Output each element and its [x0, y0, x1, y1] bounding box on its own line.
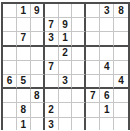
sudoku-cell-empty[interactable]	[45, 47, 59, 61]
sudoku-cell-empty[interactable]	[100, 118, 114, 131]
sudoku-cell-empty[interactable]	[72, 61, 86, 75]
sudoku-cell-given[interactable]: 8	[31, 89, 45, 103]
sudoku-cell-empty[interactable]	[114, 18, 128, 32]
sudoku-cell-empty[interactable]	[17, 61, 31, 75]
sudoku-cell-given[interactable]: 4	[100, 61, 114, 75]
sudoku-cell-empty[interactable]	[59, 103, 73, 117]
sudoku-cell-empty[interactable]	[59, 61, 73, 75]
sudoku-cell-empty[interactable]	[72, 4, 86, 18]
sudoku-cell-given[interactable]	[114, 118, 128, 131]
sudoku-cell-empty[interactable]	[100, 75, 114, 89]
sudoku-cell-given[interactable]: 7	[45, 61, 59, 75]
sudoku-cell-empty[interactable]	[59, 89, 73, 103]
sudoku-cell-given[interactable]: 7	[17, 32, 31, 46]
sudoku-cell-empty[interactable]	[86, 61, 100, 75]
sudoku-cell-empty[interactable]	[114, 32, 128, 46]
sudoku-cell-empty[interactable]	[3, 47, 17, 61]
sudoku-cell-empty[interactable]	[72, 75, 86, 89]
sudoku-cell-empty[interactable]	[31, 75, 45, 89]
sudoku-cell-given[interactable]: 2	[59, 47, 73, 61]
sudoku-cell-empty[interactable]	[3, 89, 17, 103]
sudoku-screenshot: 193879731274653487682113	[0, 0, 130, 130]
sudoku-cell-empty[interactable]	[114, 103, 128, 117]
sudoku-cell-empty[interactable]	[31, 61, 45, 75]
sudoku-cell-empty[interactable]	[100, 47, 114, 61]
sudoku-cell-empty[interactable]	[59, 4, 73, 18]
sudoku-cell-empty[interactable]	[86, 103, 100, 117]
sudoku-cell-empty[interactable]	[17, 47, 31, 61]
sudoku-cell-given[interactable]: 7	[45, 18, 59, 32]
sudoku-cell-empty[interactable]	[3, 61, 17, 75]
sudoku-cell-given[interactable]: 1	[17, 4, 31, 18]
sudoku-cell-empty[interactable]	[114, 61, 128, 75]
sudoku-cell-given[interactable]: 3	[59, 75, 73, 89]
sudoku-cell-empty[interactable]	[45, 89, 59, 103]
sudoku-cell-empty[interactable]	[72, 18, 86, 32]
sudoku-cell-empty[interactable]	[72, 47, 86, 61]
sudoku-cell-given[interactable]: 5	[17, 75, 31, 89]
sudoku-cell-empty[interactable]	[31, 47, 45, 61]
sudoku-cell-given[interactable]: 4	[114, 75, 128, 89]
sudoku-cell-empty[interactable]	[72, 103, 86, 117]
sudoku-cell-given[interactable]: 3	[45, 118, 59, 131]
sudoku-cell-empty[interactable]	[3, 118, 17, 131]
sudoku-cell-given[interactable]: 1	[17, 118, 31, 131]
sudoku-cell-given[interactable]: 6	[3, 75, 17, 89]
sudoku-cell-given[interactable]: 1	[100, 103, 114, 117]
sudoku-cell-empty[interactable]	[17, 89, 31, 103]
sudoku-cell-empty[interactable]	[3, 18, 17, 32]
sudoku-cell-empty[interactable]	[45, 75, 59, 89]
sudoku-cell-empty[interactable]	[31, 18, 45, 32]
sudoku-cell-given[interactable]: 7	[86, 89, 100, 103]
sudoku-cell-given[interactable]: 6	[100, 89, 114, 103]
sudoku-cell-empty[interactable]	[86, 118, 100, 131]
sudoku-cell-given[interactable]: 9	[31, 4, 45, 18]
sudoku-cell-given[interactable]: 3	[45, 32, 59, 46]
sudoku-cell-empty[interactable]	[31, 118, 45, 131]
sudoku-cell-empty[interactable]	[3, 4, 17, 18]
sudoku-cell-empty[interactable]	[31, 103, 45, 117]
sudoku-cell-given[interactable]: 8	[17, 103, 31, 117]
sudoku-cell-given[interactable]: 1	[59, 32, 73, 46]
sudoku-board: 193879731274653487682113	[1, 2, 130, 130]
sudoku-cell-empty[interactable]	[31, 32, 45, 46]
sudoku-cell-empty[interactable]	[114, 89, 128, 103]
sudoku-cell-empty[interactable]	[100, 32, 114, 46]
sudoku-cell-given[interactable]: 8	[114, 4, 128, 18]
sudoku-cell-empty[interactable]	[3, 103, 17, 117]
sudoku-cell-given[interactable]: 2	[45, 103, 59, 117]
sudoku-cell-empty[interactable]	[100, 18, 114, 32]
sudoku-cell-empty[interactable]	[59, 118, 73, 131]
sudoku-cell-empty[interactable]	[72, 89, 86, 103]
sudoku-cell-empty[interactable]	[86, 75, 100, 89]
sudoku-cell-empty[interactable]	[114, 47, 128, 61]
sudoku-cell-empty[interactable]	[45, 4, 59, 18]
sudoku-cell-empty[interactable]	[72, 32, 86, 46]
sudoku-cell-empty[interactable]	[86, 32, 100, 46]
sudoku-cell-empty[interactable]	[86, 18, 100, 32]
sudoku-cell-empty[interactable]	[86, 4, 100, 18]
sudoku-cell-empty[interactable]	[17, 18, 31, 32]
sudoku-cell-given[interactable]: 9	[59, 18, 73, 32]
sudoku-cell-empty[interactable]	[86, 47, 100, 61]
sudoku-cell-empty[interactable]	[3, 32, 17, 46]
sudoku-cell-empty[interactable]	[72, 118, 86, 131]
sudoku-cell-given[interactable]: 3	[100, 4, 114, 18]
